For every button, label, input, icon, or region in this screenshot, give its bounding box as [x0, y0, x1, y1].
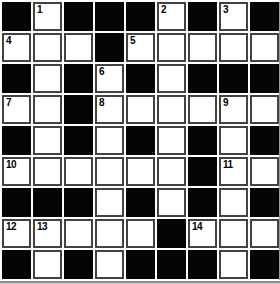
answer-cell-r9-c8[interactable]	[219, 250, 248, 279]
blocked-cell-r9-c3	[64, 250, 93, 279]
blocked-cell-r9-c6	[157, 250, 186, 279]
blocked-cell-r1-c7	[188, 2, 217, 31]
answer-cell-r8-c9[interactable]	[250, 219, 279, 248]
answer-cell-r8-c7[interactable]: 14	[188, 219, 217, 248]
clue-number-13: 13	[37, 221, 47, 232]
answer-cell-r6-c4[interactable]	[95, 157, 124, 186]
answer-cell-r7-c6[interactable]	[157, 188, 186, 217]
answer-cell-r8-c2[interactable]: 13	[33, 219, 62, 248]
answer-cell-r6-c6[interactable]	[157, 157, 186, 186]
blocked-cell-r5-c3	[64, 126, 93, 155]
blocked-cell-r3-c8	[219, 64, 248, 93]
blocked-cell-r7-c7	[188, 188, 217, 217]
answer-cell-r8-c4[interactable]	[95, 219, 124, 248]
answer-cell-r8-c5[interactable]	[126, 219, 155, 248]
blocked-cell-r3-c5	[126, 64, 155, 93]
answer-cell-r6-c9[interactable]	[250, 157, 279, 186]
blocked-cell-r9-c9	[250, 250, 279, 279]
blocked-cell-r1-c3	[64, 2, 93, 31]
answer-cell-r7-c4[interactable]	[95, 188, 124, 217]
blocked-cell-r9-c5	[126, 250, 155, 279]
blocked-cell-r7-c5	[126, 188, 155, 217]
clue-number-2: 2	[161, 4, 166, 15]
clue-number-1: 1	[37, 4, 42, 15]
answer-cell-r2-c1[interactable]: 4	[2, 33, 31, 62]
clue-number-6: 6	[99, 66, 104, 77]
blocked-cell-r7-c9	[250, 188, 279, 217]
answer-cell-r6-c8[interactable]: 11	[219, 157, 248, 186]
blocked-cell-r7-c1	[2, 188, 31, 217]
answer-cell-r2-c2[interactable]	[33, 33, 62, 62]
blocked-cell-r5-c9	[250, 126, 279, 155]
answer-cell-r5-c4[interactable]	[95, 126, 124, 155]
answer-cell-r4-c4[interactable]: 8	[95, 95, 124, 124]
answer-cell-r3-c6[interactable]	[157, 64, 186, 93]
clue-number-5: 5	[130, 35, 135, 46]
blocked-cell-r5-c7	[188, 126, 217, 155]
blocked-cell-r3-c1	[2, 64, 31, 93]
answer-cell-r3-c4[interactable]: 6	[95, 64, 124, 93]
answer-cell-r5-c8[interactable]	[219, 126, 248, 155]
answer-cell-r4-c8[interactable]: 9	[219, 95, 248, 124]
clue-number-12: 12	[6, 221, 16, 232]
clue-number-3: 3	[223, 4, 228, 15]
answer-cell-r5-c6[interactable]	[157, 126, 186, 155]
answer-cell-r2-c6[interactable]	[157, 33, 186, 62]
blocked-cell-r1-c4	[95, 2, 124, 31]
answer-cell-r8-c1[interactable]: 12	[2, 219, 31, 248]
answer-cell-r6-c1[interactable]: 10	[2, 157, 31, 186]
blocked-cell-r3-c3	[64, 64, 93, 93]
clue-number-10: 10	[6, 159, 16, 170]
blocked-cell-r8-c6	[157, 219, 186, 248]
answer-cell-r8-c3[interactable]	[64, 219, 93, 248]
answer-cell-r2-c9[interactable]	[250, 33, 279, 62]
blocked-cell-r1-c9	[250, 2, 279, 31]
blocked-cell-r5-c1	[2, 126, 31, 155]
answer-cell-r6-c2[interactable]	[33, 157, 62, 186]
answer-cell-r4-c6[interactable]	[157, 95, 186, 124]
answer-cell-r9-c4[interactable]	[95, 250, 124, 279]
clue-number-14: 14	[192, 221, 202, 232]
answer-cell-r3-c2[interactable]	[33, 64, 62, 93]
clue-number-9: 9	[223, 97, 228, 108]
blocked-cell-r9-c7	[188, 250, 217, 279]
blocked-cell-r3-c9	[250, 64, 279, 93]
answer-cell-r1-c6[interactable]: 2	[157, 2, 186, 31]
answer-cell-r2-c3[interactable]	[64, 33, 93, 62]
blocked-cell-r3-c7	[188, 64, 217, 93]
answer-cell-r4-c5[interactable]	[126, 95, 155, 124]
answer-cell-r4-c7[interactable]	[188, 95, 217, 124]
answer-cell-r4-c2[interactable]	[33, 95, 62, 124]
answer-cell-r2-c5[interactable]: 5	[126, 33, 155, 62]
answer-cell-r9-c2[interactable]	[33, 250, 62, 279]
answer-cell-r2-c8[interactable]	[219, 33, 248, 62]
blocked-cell-r1-c5	[126, 2, 155, 31]
answer-cell-r1-c8[interactable]: 3	[219, 2, 248, 31]
blocked-cell-r1-c1	[2, 2, 31, 31]
blocked-cell-r2-c4	[95, 33, 124, 62]
blocked-cell-r6-c7	[188, 157, 217, 186]
answer-cell-r4-c9[interactable]	[250, 95, 279, 124]
answer-cell-r8-c8[interactable]	[219, 219, 248, 248]
answer-cell-r6-c3[interactable]	[64, 157, 93, 186]
answer-cell-r2-c7[interactable]	[188, 33, 217, 62]
answer-cell-r6-c5[interactable]	[126, 157, 155, 186]
answer-cell-r5-c2[interactable]	[33, 126, 62, 155]
answer-cell-r7-c8[interactable]	[219, 188, 248, 217]
clue-number-8: 8	[99, 97, 104, 108]
answer-cell-r1-c2[interactable]: 1	[33, 2, 62, 31]
blocked-cell-r7-c3	[64, 188, 93, 217]
clue-number-7: 7	[6, 97, 11, 108]
blocked-cell-r4-c3	[64, 95, 93, 124]
crossword-puzzle: 1234567891011121314	[0, 0, 280, 284]
clue-number-4: 4	[6, 35, 11, 46]
blocked-cell-r5-c5	[126, 126, 155, 155]
blocked-cell-r7-c2	[33, 188, 62, 217]
blocked-cell-r9-c1	[2, 250, 31, 279]
answer-cell-r4-c1[interactable]: 7	[2, 95, 31, 124]
clue-number-11: 11	[223, 159, 233, 170]
crossword-grid: 1234567891011121314	[2, 2, 279, 279]
